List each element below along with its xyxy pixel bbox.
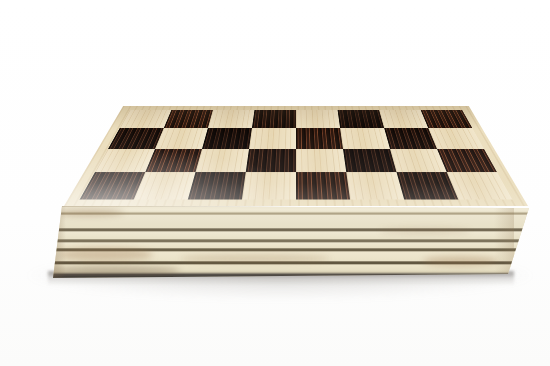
photo-scene xyxy=(0,0,550,366)
wood-stain xyxy=(180,254,330,263)
board-square-light xyxy=(447,172,512,199)
board-square-light xyxy=(242,172,296,199)
board-square-dark xyxy=(296,128,343,149)
board-square-dark xyxy=(145,149,202,173)
board-square-dark xyxy=(246,149,296,173)
box-front-face xyxy=(50,204,532,282)
board-square-dark xyxy=(202,128,252,149)
board-square-light xyxy=(155,128,208,149)
board-square-light xyxy=(195,149,249,173)
chess-board-box xyxy=(0,0,550,366)
board-square-dark xyxy=(338,110,385,128)
board-square-light xyxy=(296,110,340,128)
board-top-face xyxy=(64,106,528,206)
board-square-dark xyxy=(343,149,397,173)
chessboard-grid xyxy=(80,110,513,200)
board-square-light xyxy=(428,128,484,149)
wood-stain xyxy=(54,209,124,216)
board-square-dark xyxy=(164,110,213,128)
board-square-dark xyxy=(296,172,350,199)
board-square-light xyxy=(346,172,404,199)
board-square-dark xyxy=(252,110,296,128)
board-square-light xyxy=(340,128,390,149)
board-square-light xyxy=(249,128,296,149)
board-square-light xyxy=(134,172,196,199)
wood-stain xyxy=(423,256,498,266)
wood-stain xyxy=(58,248,153,261)
wood-stain xyxy=(50,266,180,275)
board-square-light xyxy=(296,149,346,173)
board-square-dark xyxy=(437,149,497,173)
board-square-light xyxy=(208,110,255,128)
wood-stain xyxy=(380,228,470,234)
board-square-dark xyxy=(421,110,473,128)
board-square-dark xyxy=(188,172,246,199)
